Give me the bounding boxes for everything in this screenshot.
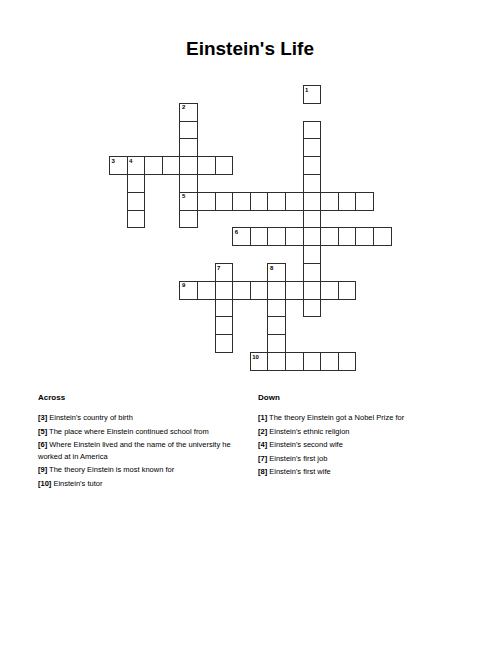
cell-number: 8 — [270, 265, 273, 272]
grid-cell[interactable] — [267, 299, 286, 318]
clue-number: [5] — [38, 427, 47, 436]
grid-cell[interactable] — [303, 263, 322, 282]
grid-cell[interactable] — [267, 316, 286, 335]
grid-cell[interactable] — [285, 281, 304, 300]
grid-cell[interactable] — [338, 281, 357, 300]
grid-cell[interactable] — [267, 192, 286, 211]
clue-item: [5] The place where Einstein continued s… — [38, 426, 243, 438]
clue-number: [1] — [258, 413, 267, 422]
clue-item: [6] Where Einstein lived and the name of… — [38, 439, 243, 462]
cell-number: 1 — [305, 87, 308, 94]
grid-cell[interactable] — [338, 227, 357, 246]
grid-cell[interactable]: 9 — [179, 281, 198, 300]
grid-cell[interactable]: 5 — [179, 192, 198, 211]
cell-number: 9 — [182, 282, 185, 289]
grid-cell[interactable] — [144, 156, 163, 175]
grid-cell[interactable] — [355, 227, 374, 246]
grid-cell[interactable] — [303, 138, 322, 157]
grid-cell[interactable] — [373, 227, 392, 246]
grid-cell[interactable] — [179, 121, 198, 140]
grid-cell[interactable]: 7 — [215, 263, 234, 282]
clue-item: [9] The theory Einstein is most known fo… — [38, 464, 243, 476]
grid-cell[interactable] — [197, 281, 216, 300]
clue-item: [3] Einstein's country of birth — [38, 412, 243, 424]
grid-cell[interactable] — [338, 192, 357, 211]
grid-cell[interactable] — [215, 156, 234, 175]
clue-item: [2] Einstein's ethnic religion — [258, 426, 470, 438]
grid-cell[interactable] — [215, 299, 234, 318]
across-header: Across — [38, 393, 243, 403]
grid-cell[interactable] — [267, 281, 286, 300]
grid-cell[interactable] — [267, 227, 286, 246]
clue-number: [9] — [38, 465, 47, 474]
clue-number: [10] — [38, 479, 51, 488]
grid-cell[interactable] — [232, 281, 251, 300]
grid-cell[interactable] — [215, 334, 234, 353]
grid-cell[interactable] — [179, 138, 198, 157]
crossword-worksheet: Einstein's Life 12345678910 Across [3] E… — [0, 0, 500, 647]
across-clue-list: [3] Einstein's country of birth[5] The p… — [38, 412, 243, 489]
grid-cell[interactable]: 6 — [232, 227, 251, 246]
grid-cell[interactable] — [320, 227, 339, 246]
grid-cell[interactable] — [320, 281, 339, 300]
grid-cell[interactable] — [250, 227, 269, 246]
grid-cell[interactable] — [179, 174, 198, 193]
grid-cell[interactable] — [232, 192, 251, 211]
grid-cell[interactable] — [197, 156, 216, 175]
cell-number: 3 — [112, 158, 115, 165]
clue-number: [4] — [258, 440, 267, 449]
cell-number: 4 — [129, 158, 132, 165]
grid-cell[interactable] — [179, 210, 198, 229]
grid-cell[interactable] — [127, 192, 146, 211]
grid-cell[interactable]: 4 — [127, 156, 146, 175]
grid-cell[interactable]: 10 — [250, 352, 269, 371]
grid-cell[interactable] — [127, 210, 146, 229]
grid-cell[interactable] — [285, 352, 304, 371]
grid-cell[interactable] — [303, 192, 322, 211]
crossword-grid: 12345678910 — [109, 85, 393, 373]
grid-cell[interactable] — [303, 210, 322, 229]
cell-number: 5 — [182, 193, 185, 200]
down-clue-list: [1] The theory Einstein got a Nobel Priz… — [258, 412, 470, 478]
down-header: Down — [258, 393, 470, 403]
grid-cell[interactable]: 2 — [179, 103, 198, 122]
cell-number: 6 — [235, 229, 238, 236]
grid-cell[interactable]: 3 — [109, 156, 128, 175]
grid-cell[interactable] — [285, 192, 304, 211]
grid-cell[interactable] — [320, 192, 339, 211]
cell-number: 7 — [217, 265, 220, 272]
grid-cell[interactable] — [355, 192, 374, 211]
grid-cell[interactable] — [303, 121, 322, 140]
clue-item: [1] The theory Einstein got a Nobel Priz… — [258, 412, 470, 424]
clue-number: [8] — [258, 467, 267, 476]
grid-cell[interactable] — [285, 227, 304, 246]
clue-item: [10] Einstein's tutor — [38, 478, 243, 490]
cell-number: 2 — [182, 104, 185, 111]
grid-cell[interactable] — [250, 281, 269, 300]
grid-cell[interactable] — [250, 192, 269, 211]
grid-cell[interactable] — [127, 174, 146, 193]
clue-number: [6] — [38, 440, 47, 449]
clue-item: [8] Einstein's first wife — [258, 466, 470, 478]
grid-cell[interactable] — [197, 192, 216, 211]
grid-cell[interactable] — [162, 156, 181, 175]
clue-number: [2] — [258, 427, 267, 436]
puzzle-title: Einstein's Life — [0, 39, 500, 59]
grid-cell[interactable] — [267, 334, 286, 353]
grid-cell[interactable] — [267, 352, 286, 371]
grid-cell[interactable] — [179, 156, 198, 175]
grid-cell[interactable] — [303, 174, 322, 193]
clue-number: [7] — [258, 454, 267, 463]
grid-cell[interactable] — [303, 352, 322, 371]
grid-cell[interactable] — [215, 316, 234, 335]
cell-number: 10 — [252, 354, 258, 361]
down-clues-section: Down [1] The theory Einstein got a Nobel… — [258, 393, 470, 480]
grid-cell[interactable] — [215, 192, 234, 211]
grid-cell[interactable] — [338, 352, 357, 371]
across-clues-section: Across [3] Einstein's country of birth[5… — [38, 393, 243, 491]
clue-item: [4] Einstein's second wife — [258, 439, 470, 451]
grid-cell[interactable] — [303, 281, 322, 300]
grid-cell[interactable] — [320, 352, 339, 371]
grid-cell[interactable] — [303, 299, 322, 318]
grid-cell[interactable] — [215, 281, 234, 300]
grid-cell[interactable] — [303, 156, 322, 175]
grid-cell[interactable]: 8 — [267, 263, 286, 282]
clue-item: [7] Einstein's first job — [258, 453, 470, 465]
grid-cell[interactable]: 1 — [303, 85, 322, 104]
clue-number: [3] — [38, 413, 47, 422]
grid-cell[interactable] — [303, 245, 322, 264]
grid-cell[interactable] — [303, 227, 322, 246]
